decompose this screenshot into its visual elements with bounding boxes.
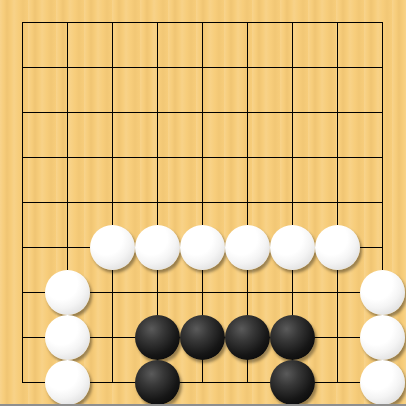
intersection-r2c1[interactable] [0, 45, 45, 90]
black-stone [225, 315, 270, 360]
intersection-r1c4[interactable] [135, 0, 180, 45]
intersection-r5c6[interactable] [225, 180, 270, 225]
black-stone [270, 315, 315, 360]
intersection-r2c6[interactable] [225, 45, 270, 90]
go-board[interactable] [0, 0, 406, 406]
intersection-r8c5[interactable] [180, 315, 225, 360]
intersection-r4c8[interactable] [315, 135, 360, 180]
intersection-r6c9[interactable] [360, 225, 405, 270]
intersection-r9c3[interactable] [90, 360, 135, 405]
intersection-r6c7[interactable] [270, 225, 315, 270]
intersection-r9c2[interactable] [45, 360, 90, 405]
intersection-r1c7[interactable] [270, 0, 315, 45]
intersection-r8c9[interactable] [360, 315, 405, 360]
intersection-r1c8[interactable] [315, 0, 360, 45]
intersection-r5c4[interactable] [135, 180, 180, 225]
intersection-r9c4[interactable] [135, 360, 180, 405]
intersection-r4c2[interactable] [45, 135, 90, 180]
intersection-r1c9[interactable] [360, 0, 405, 45]
intersection-r1c6[interactable] [225, 0, 270, 45]
intersection-r8c2[interactable] [45, 315, 90, 360]
intersection-r5c8[interactable] [315, 180, 360, 225]
intersection-r5c5[interactable] [180, 180, 225, 225]
black-stone [135, 315, 180, 360]
intersection-r6c3[interactable] [90, 225, 135, 270]
intersection-r9c1[interactable] [0, 360, 45, 405]
intersection-r7c4[interactable] [135, 270, 180, 315]
intersection-r4c4[interactable] [135, 135, 180, 180]
white-stone [225, 225, 270, 270]
intersection-r4c7[interactable] [270, 135, 315, 180]
white-stone [45, 315, 90, 360]
intersection-r9c6[interactable] [225, 360, 270, 405]
white-stone [315, 225, 360, 270]
intersection-r2c5[interactable] [180, 45, 225, 90]
intersection-r7c6[interactable] [225, 270, 270, 315]
intersection-r7c1[interactable] [0, 270, 45, 315]
white-stone [360, 270, 405, 315]
intersection-r5c7[interactable] [270, 180, 315, 225]
intersection-r3c1[interactable] [0, 90, 45, 135]
intersection-r1c3[interactable] [90, 0, 135, 45]
intersection-r7c5[interactable] [180, 270, 225, 315]
intersection-r5c9[interactable] [360, 180, 405, 225]
intersection-r3c9[interactable] [360, 90, 405, 135]
intersection-r7c2[interactable] [45, 270, 90, 315]
white-stone [45, 270, 90, 315]
black-stone [135, 360, 180, 405]
intersection-r3c4[interactable] [135, 90, 180, 135]
intersection-r6c6[interactable] [225, 225, 270, 270]
black-stone [270, 360, 315, 405]
intersection-r7c9[interactable] [360, 270, 405, 315]
intersection-r8c7[interactable] [270, 315, 315, 360]
intersection-r8c8[interactable] [315, 315, 360, 360]
intersection-r2c4[interactable] [135, 45, 180, 90]
intersection-r3c8[interactable] [315, 90, 360, 135]
intersection-r1c2[interactable] [45, 0, 90, 45]
intersection-r9c5[interactable] [180, 360, 225, 405]
intersection-r2c3[interactable] [90, 45, 135, 90]
intersection-r1c5[interactable] [180, 0, 225, 45]
intersection-r9c9[interactable] [360, 360, 405, 405]
intersection-r7c8[interactable] [315, 270, 360, 315]
intersection-r4c3[interactable] [90, 135, 135, 180]
intersection-r3c6[interactable] [225, 90, 270, 135]
black-stone [180, 315, 225, 360]
intersection-r5c2[interactable] [45, 180, 90, 225]
intersection-r6c2[interactable] [45, 225, 90, 270]
intersection-r4c6[interactable] [225, 135, 270, 180]
board-grid [0, 0, 405, 405]
intersection-r6c4[interactable] [135, 225, 180, 270]
intersection-r5c1[interactable] [0, 180, 45, 225]
white-stone [45, 360, 90, 405]
intersection-r4c5[interactable] [180, 135, 225, 180]
intersection-r6c1[interactable] [0, 225, 45, 270]
white-stone [360, 315, 405, 360]
intersection-r3c2[interactable] [45, 90, 90, 135]
white-stone [90, 225, 135, 270]
intersection-r8c3[interactable] [90, 315, 135, 360]
intersection-r8c6[interactable] [225, 315, 270, 360]
intersection-r2c2[interactable] [45, 45, 90, 90]
intersection-r8c1[interactable] [0, 315, 45, 360]
intersection-r6c8[interactable] [315, 225, 360, 270]
intersection-r7c7[interactable] [270, 270, 315, 315]
intersection-r5c3[interactable] [90, 180, 135, 225]
intersection-r2c9[interactable] [360, 45, 405, 90]
intersection-r6c5[interactable] [180, 225, 225, 270]
intersection-r3c3[interactable] [90, 90, 135, 135]
intersection-r7c3[interactable] [90, 270, 135, 315]
intersection-r1c1[interactable] [0, 0, 45, 45]
intersection-r4c1[interactable] [0, 135, 45, 180]
intersection-r2c8[interactable] [315, 45, 360, 90]
intersection-r4c9[interactable] [360, 135, 405, 180]
intersection-r2c7[interactable] [270, 45, 315, 90]
white-stone [180, 225, 225, 270]
intersection-r9c8[interactable] [315, 360, 360, 405]
white-stone [135, 225, 180, 270]
white-stone [270, 225, 315, 270]
white-stone [360, 360, 405, 405]
intersection-r9c7[interactable] [270, 360, 315, 405]
intersection-r3c7[interactable] [270, 90, 315, 135]
intersection-r3c5[interactable] [180, 90, 225, 135]
intersection-r8c4[interactable] [135, 315, 180, 360]
